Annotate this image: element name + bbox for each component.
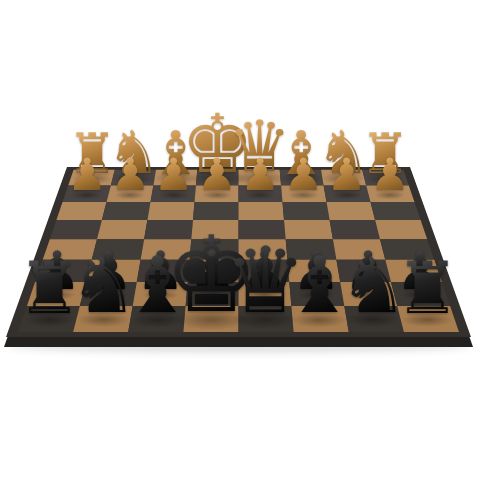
square-c5	[286, 239, 337, 260]
square-d1	[239, 170, 282, 186]
chess-product-photo: ♜♞♝♚♛♝♞♜♟♟♟♟♟♟♟♟♟♟♟♟♟♟♟♟♜♞♝♚♛♝♞♜	[0, 0, 480, 480]
square-b4	[330, 220, 380, 239]
square-f4	[144, 220, 193, 239]
square-e4	[191, 220, 238, 239]
square-g4	[97, 220, 147, 239]
square-c8	[291, 306, 348, 332]
square-h6	[35, 260, 92, 282]
square-d6	[239, 260, 290, 282]
square-f3	[147, 202, 194, 220]
square-h2	[63, 185, 111, 202]
square-d4	[239, 220, 286, 239]
square-f6	[137, 260, 190, 282]
chess-board	[0, 0, 480, 480]
square-f5	[141, 239, 192, 260]
square-b7	[340, 282, 397, 306]
square-g8	[73, 306, 133, 332]
square-e2	[195, 185, 239, 202]
square-g2	[107, 185, 154, 202]
square-c6	[287, 260, 340, 282]
square-e8	[183, 306, 238, 332]
square-h1	[68, 170, 115, 186]
square-b6	[336, 260, 391, 282]
square-f8	[128, 306, 185, 332]
square-c7	[289, 282, 344, 306]
square-a1	[362, 170, 409, 186]
square-c2	[281, 185, 326, 202]
square-d2	[239, 185, 283, 202]
square-a5	[380, 239, 434, 260]
square-d8	[239, 306, 294, 332]
square-a3	[371, 202, 421, 220]
square-a8	[397, 306, 459, 332]
square-b8	[344, 306, 404, 332]
square-b1	[321, 170, 366, 186]
square-c4	[284, 220, 333, 239]
square-g5	[92, 239, 144, 260]
square-b3	[327, 202, 376, 220]
square-e5	[190, 239, 239, 260]
square-h5	[43, 239, 97, 260]
square-a6	[385, 260, 442, 282]
square-d3	[239, 202, 285, 220]
square-e1	[196, 170, 239, 186]
square-c3	[283, 202, 330, 220]
square-g1	[111, 170, 156, 186]
square-e6	[188, 260, 239, 282]
square-e7	[186, 282, 239, 306]
square-f7	[133, 282, 188, 306]
square-d5	[239, 239, 288, 260]
square-g3	[102, 202, 151, 220]
square-a7	[391, 282, 450, 306]
square-f2	[151, 185, 196, 202]
square-g6	[86, 260, 141, 282]
square-c1	[280, 170, 324, 186]
square-h3	[56, 202, 106, 220]
square-h7	[27, 282, 86, 306]
square-a4	[375, 220, 427, 239]
square-b2	[324, 185, 371, 202]
square-g7	[80, 282, 137, 306]
square-h4	[50, 220, 102, 239]
square-b5	[333, 239, 385, 260]
square-h8	[18, 306, 80, 332]
square-f1	[153, 170, 197, 186]
square-d7	[239, 282, 292, 306]
square-e3	[193, 202, 239, 220]
square-a2	[366, 185, 414, 202]
